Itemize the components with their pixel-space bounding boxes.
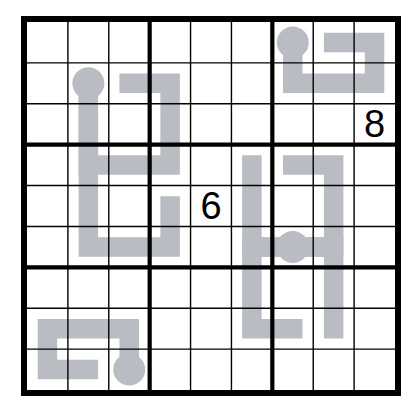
cell-r8c3[interactable] <box>109 308 150 349</box>
cell-r2c1[interactable] <box>27 63 68 104</box>
cell-r1c9[interactable] <box>354 22 395 63</box>
cell-r7c1[interactable] <box>27 267 68 308</box>
cell-r6c9[interactable] <box>354 226 395 267</box>
cell-r3c9[interactable]: 8 <box>354 104 395 145</box>
cell-r6c6[interactable] <box>231 226 272 267</box>
cell-r4c6[interactable] <box>231 145 272 186</box>
cell-r3c2[interactable] <box>68 104 109 145</box>
cell-r1c2[interactable] <box>68 22 109 63</box>
cell-r1c5[interactable] <box>191 22 232 63</box>
cell-r8c6[interactable] <box>231 308 272 349</box>
cell-r8c7[interactable] <box>272 308 313 349</box>
cell-r2c7[interactable] <box>272 63 313 104</box>
cell-r7c8[interactable] <box>313 267 354 308</box>
cell-r2c8[interactable] <box>313 63 354 104</box>
cell-r3c8[interactable] <box>313 104 354 145</box>
cell-r5c7[interactable] <box>272 186 313 227</box>
cell-r1c7[interactable] <box>272 22 313 63</box>
cell-r9c4[interactable] <box>150 349 191 390</box>
cell-r3c7[interactable] <box>272 104 313 145</box>
cell-r4c3[interactable] <box>109 145 150 186</box>
cell-r6c4[interactable] <box>150 226 191 267</box>
cell-r4c8[interactable] <box>313 145 354 186</box>
cell-r1c6[interactable] <box>231 22 272 63</box>
cell-r5c8[interactable] <box>313 186 354 227</box>
cell-r1c1[interactable] <box>27 22 68 63</box>
board-cells: 86 <box>27 22 395 390</box>
cell-r6c8[interactable] <box>313 226 354 267</box>
cell-r3c5[interactable] <box>191 104 232 145</box>
cell-r8c5[interactable] <box>191 308 232 349</box>
cell-r9c8[interactable] <box>313 349 354 390</box>
cell-r2c3[interactable] <box>109 63 150 104</box>
cell-r3c6[interactable] <box>231 104 272 145</box>
cell-r9c7[interactable] <box>272 349 313 390</box>
cell-r7c9[interactable] <box>354 267 395 308</box>
cell-r8c8[interactable] <box>313 308 354 349</box>
cell-r7c3[interactable] <box>109 267 150 308</box>
cell-r7c6[interactable] <box>231 267 272 308</box>
cell-r9c5[interactable] <box>191 349 232 390</box>
cell-r9c9[interactable] <box>354 349 395 390</box>
cell-r6c7[interactable] <box>272 226 313 267</box>
cell-r8c9[interactable] <box>354 308 395 349</box>
cell-r2c2[interactable] <box>68 63 109 104</box>
cell-r8c4[interactable] <box>150 308 191 349</box>
cell-r5c3[interactable] <box>109 186 150 227</box>
cell-r7c7[interactable] <box>272 267 313 308</box>
cell-r4c7[interactable] <box>272 145 313 186</box>
cell-r6c1[interactable] <box>27 226 68 267</box>
cell-r1c4[interactable] <box>150 22 191 63</box>
cell-r8c2[interactable] <box>68 308 109 349</box>
cell-r5c1[interactable] <box>27 186 68 227</box>
cell-r6c5[interactable] <box>191 226 232 267</box>
cell-r7c2[interactable] <box>68 267 109 308</box>
cell-r4c9[interactable] <box>354 145 395 186</box>
cell-r7c5[interactable] <box>191 267 232 308</box>
cell-r2c6[interactable] <box>231 63 272 104</box>
cell-r5c9[interactable] <box>354 186 395 227</box>
cell-r9c1[interactable] <box>27 349 68 390</box>
cell-r6c3[interactable] <box>109 226 150 267</box>
cell-r7c4[interactable] <box>150 267 191 308</box>
cell-r2c5[interactable] <box>191 63 232 104</box>
cell-r4c4[interactable] <box>150 145 191 186</box>
cell-r5c2[interactable] <box>68 186 109 227</box>
cell-r2c4[interactable] <box>150 63 191 104</box>
cell-r4c2[interactable] <box>68 145 109 186</box>
cell-r9c2[interactable] <box>68 349 109 390</box>
cell-r8c1[interactable] <box>27 308 68 349</box>
cell-r1c3[interactable] <box>109 22 150 63</box>
cell-r4c1[interactable] <box>27 145 68 186</box>
sudoku-board: 86 <box>21 16 401 396</box>
cell-r4c5[interactable] <box>191 145 232 186</box>
cell-r6c2[interactable] <box>68 226 109 267</box>
cell-r5c5[interactable]: 6 <box>191 186 232 227</box>
cell-r2c9[interactable] <box>354 63 395 104</box>
cell-r3c3[interactable] <box>109 104 150 145</box>
cell-r3c4[interactable] <box>150 104 191 145</box>
cell-r5c4[interactable] <box>150 186 191 227</box>
cell-r1c8[interactable] <box>313 22 354 63</box>
cell-r9c6[interactable] <box>231 349 272 390</box>
cell-r9c3[interactable] <box>109 349 150 390</box>
cell-r5c6[interactable] <box>231 186 272 227</box>
cell-r3c1[interactable] <box>27 104 68 145</box>
